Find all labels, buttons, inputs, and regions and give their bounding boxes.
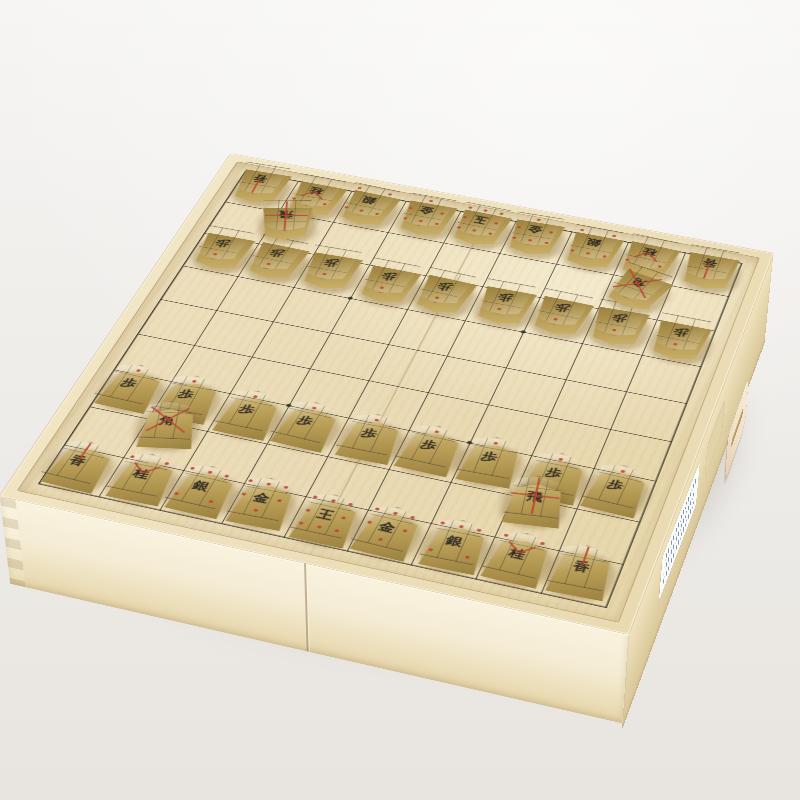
piece-sente-knight-2i: 桂: [481, 538, 555, 590]
piece-sente-lance-1i: 香: [545, 552, 616, 603]
piece-sente-bishop-8h: 角: [137, 411, 200, 451]
fold-seam-front: [304, 563, 309, 652]
piece-sente-pawn-1g: 歩: [580, 471, 651, 520]
piece-sente-rook-2h: 飛: [502, 484, 567, 530]
hoshi-point: [347, 296, 353, 300]
photo-background: 香桂銀金玉金銀桂香飛角歩歩歩歩歩歩歩歩歩歩歩歩歩歩歩歩歩歩角飛香桂銀金王金銀桂香: [0, 0, 800, 800]
hoshi-point: [520, 330, 526, 334]
piece-sente-pawn-3g: 歩: [455, 444, 524, 491]
shogi-board-box: 香桂銀金玉金銀桂香飛角歩歩歩歩歩歩歩歩歩歩歩歩歩歩歩歩歩歩角飛香桂銀金王金銀桂香: [0, 154, 773, 634]
piece-sente-silver-3i: 銀: [418, 526, 490, 577]
piece-sente-pawn-4g: 歩: [394, 432, 465, 479]
